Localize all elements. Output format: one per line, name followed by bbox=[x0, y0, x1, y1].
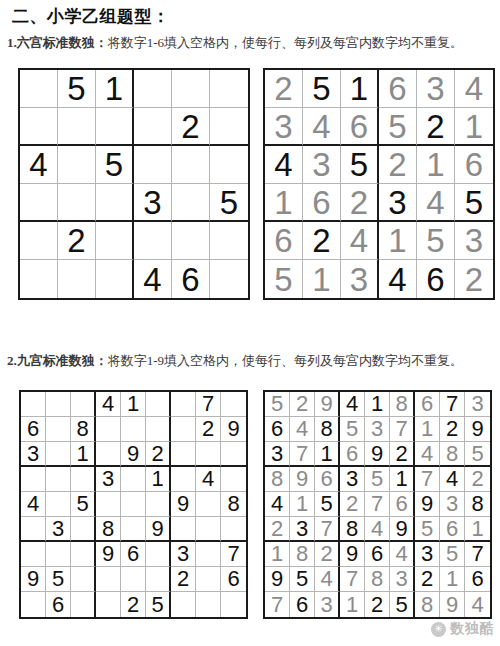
nine-puzzle-cell-r2c3: 8 bbox=[71, 417, 96, 442]
six-puzzle-cell-r1c3: 1 bbox=[96, 70, 134, 108]
nine-puzzle-cell-r8c2: 5 bbox=[46, 567, 71, 592]
nine-solution-cell-r5c5: 7 bbox=[365, 492, 390, 517]
nine-puzzle-cell-r2c5 bbox=[121, 417, 146, 442]
section-1-instruction-line: 1.六宫标准数独：将数字1-6填入空格内，使每行、每列及每宫内数字均不重复。 bbox=[7, 34, 463, 52]
nine-solution-cell-r8c2: 5 bbox=[290, 567, 315, 592]
nine-solution-cell-r3c6: 2 bbox=[390, 442, 415, 467]
nine-puzzle-cell-r9c4 bbox=[96, 592, 121, 617]
six-puzzle-cell-r6c4: 4 bbox=[134, 260, 172, 298]
nine-puzzle-cell-r9c8 bbox=[196, 592, 221, 617]
six-solution-cell-r3c6: 6 bbox=[455, 146, 493, 184]
six-puzzle-cell-r5c6 bbox=[210, 222, 248, 260]
six-solution-cell-r1c3: 1 bbox=[341, 70, 379, 108]
six-puzzle-cell-r1c2: 5 bbox=[58, 70, 96, 108]
nine-solution-cell-r5c7: 9 bbox=[415, 492, 440, 517]
nine-puzzle-cell-r2c8: 2 bbox=[196, 417, 221, 442]
nine-puzzle-cell-r9c5: 2 bbox=[121, 592, 146, 617]
six-solution-cell-r5c3: 4 bbox=[341, 222, 379, 260]
six-puzzle-cell-r2c3 bbox=[96, 108, 134, 146]
six-grid-row: 5124535246 25163434652143521616234562415… bbox=[18, 68, 495, 300]
nine-puzzle-cell-r8c8 bbox=[196, 567, 221, 592]
six-puzzle-cell-r4c5 bbox=[172, 184, 210, 222]
nine-solution-cell-r6c3: 7 bbox=[315, 517, 340, 542]
six-solution-cell-r2c2: 4 bbox=[303, 108, 341, 146]
nine-puzzle-cell-r7c3 bbox=[71, 542, 96, 567]
six-puzzle-cell-r6c3 bbox=[96, 260, 134, 298]
six-puzzle-cell-r5c3 bbox=[96, 222, 134, 260]
nine-puzzle-cell-r2c9: 9 bbox=[221, 417, 246, 442]
nine-solution-cell-r2c1: 6 bbox=[265, 417, 290, 442]
nine-puzzle-cell-r4c9 bbox=[221, 467, 246, 492]
six-solution-cell-r3c2: 3 bbox=[303, 146, 341, 184]
nine-solution-cell-r9c3: 3 bbox=[315, 592, 340, 617]
six-solution-cell-r3c1: 4 bbox=[265, 146, 303, 184]
nine-puzzle-cell-r5c7: 9 bbox=[171, 492, 196, 517]
nine-solution-cell-r6c7: 5 bbox=[415, 517, 440, 542]
six-solution-cell-r5c1: 6 bbox=[265, 222, 303, 260]
nine-solution-cell-r2c7: 1 bbox=[415, 417, 440, 442]
sudoku-6x6-puzzle-board: 5124535246 bbox=[18, 68, 250, 300]
six-puzzle-cell-r3c3: 5 bbox=[96, 146, 134, 184]
nine-solution-cell-r8c3: 4 bbox=[315, 567, 340, 592]
nine-solution-cell-r1c7: 6 bbox=[415, 392, 440, 417]
six-solution-cell-r6c3: 3 bbox=[341, 260, 379, 298]
nine-solution-cell-r9c4: 1 bbox=[340, 592, 365, 617]
six-puzzle-cell-r3c6 bbox=[210, 146, 248, 184]
watermark-text: 数独酷 bbox=[450, 620, 495, 638]
nine-puzzle-cell-r6c5 bbox=[121, 517, 146, 542]
nine-puzzle-cell-r9c3 bbox=[71, 592, 96, 617]
nine-puzzle-cell-r8c5 bbox=[121, 567, 146, 592]
six-solution-cell-r6c5: 6 bbox=[417, 260, 455, 298]
six-puzzle-cell-r1c5 bbox=[172, 70, 210, 108]
nine-puzzle-cell-r5c1: 4 bbox=[21, 492, 46, 517]
nine-solution-cell-r6c9: 1 bbox=[465, 517, 490, 542]
nine-puzzle-cell-r8c7: 2 bbox=[171, 567, 196, 592]
nine-solution-cell-r5c2: 1 bbox=[290, 492, 315, 517]
nine-puzzle-cell-r4c2 bbox=[46, 467, 71, 492]
nine-solution-cell-r9c7: 8 bbox=[415, 592, 440, 617]
six-solution-cell-r5c6: 3 bbox=[455, 222, 493, 260]
section-2-instruction: 将数字1-9填入空格内，使每行、每列及每宫内数字均不重复。 bbox=[108, 353, 463, 368]
nine-puzzle-cell-r7c1 bbox=[21, 542, 46, 567]
sudoku-9x9-solution-board: 5294186736485371293716924858963517424152… bbox=[263, 390, 492, 619]
six-solution-cell-r6c6: 2 bbox=[455, 260, 493, 298]
nine-puzzle-cell-r1c1 bbox=[21, 392, 46, 417]
six-puzzle-cell-r2c4 bbox=[134, 108, 172, 146]
nine-puzzle-cell-r3c3: 1 bbox=[71, 442, 96, 467]
six-puzzle-cell-r4c2 bbox=[58, 184, 96, 222]
nine-puzzle-cell-r3c6: 2 bbox=[146, 442, 171, 467]
nine-puzzle-cell-r6c6: 9 bbox=[146, 517, 171, 542]
six-puzzle-cell-r5c5 bbox=[172, 222, 210, 260]
nine-solution-cell-r7c2: 8 bbox=[290, 542, 315, 567]
six-solution-cell-r2c6: 1 bbox=[455, 108, 493, 146]
six-puzzle-cell-r6c5: 6 bbox=[172, 260, 210, 298]
six-solution-cell-r5c4: 1 bbox=[379, 222, 417, 260]
nine-puzzle-cell-r6c2: 3 bbox=[46, 517, 71, 542]
nine-solution-cell-r6c4: 8 bbox=[340, 517, 365, 542]
nine-solution-cell-r3c8: 8 bbox=[440, 442, 465, 467]
watermark-logo-icon: ✳ bbox=[431, 622, 446, 637]
nine-solution-cell-r4c9: 2 bbox=[465, 467, 490, 492]
six-solution-cell-r2c1: 3 bbox=[265, 108, 303, 146]
nine-solution-cell-r9c5: 2 bbox=[365, 592, 390, 617]
nine-puzzle-cell-r4c3 bbox=[71, 467, 96, 492]
nine-solution-cell-r9c9: 4 bbox=[465, 592, 490, 617]
six-puzzle-cell-r2c5: 2 bbox=[172, 108, 210, 146]
nine-puzzle-cell-r7c2 bbox=[46, 542, 71, 567]
nine-puzzle-cell-r6c3 bbox=[71, 517, 96, 542]
sudoku-9x9-puzzle-board: 41768293192314459838996379526625 bbox=[19, 390, 248, 619]
six-solution-cell-r1c1: 2 bbox=[265, 70, 303, 108]
nine-solution-cell-r9c1: 7 bbox=[265, 592, 290, 617]
section-1-instruction: 将数字1-6填入空格内，使每行、每列及每宫内数字均不重复。 bbox=[108, 35, 463, 50]
six-solution-cell-r6c4: 4 bbox=[379, 260, 417, 298]
six-puzzle-cell-r5c2: 2 bbox=[58, 222, 96, 260]
nine-puzzle-cell-r8c3 bbox=[71, 567, 96, 592]
six-puzzle-cell-r6c6 bbox=[210, 260, 248, 298]
nine-puzzle-cell-r4c5 bbox=[121, 467, 146, 492]
nine-puzzle-cell-r7c9: 7 bbox=[221, 542, 246, 567]
six-solution-cell-r6c2: 1 bbox=[303, 260, 341, 298]
nine-puzzle-cell-r9c1 bbox=[21, 592, 46, 617]
nine-puzzle-cell-r7c5: 6 bbox=[121, 542, 146, 567]
nine-solution-cell-r3c9: 5 bbox=[465, 442, 490, 467]
nine-solution-cell-r7c4: 9 bbox=[340, 542, 365, 567]
nine-solution-cell-r1c2: 2 bbox=[290, 392, 315, 417]
nine-solution-cell-r7c3: 2 bbox=[315, 542, 340, 567]
nine-solution-cell-r8c4: 7 bbox=[340, 567, 365, 592]
six-solution-cell-r1c2: 5 bbox=[303, 70, 341, 108]
page-title: 二、小学乙组题型： bbox=[12, 5, 170, 28]
nine-puzzle-cell-r2c4 bbox=[96, 417, 121, 442]
nine-puzzle-cell-r7c6 bbox=[146, 542, 171, 567]
nine-solution-cell-r1c3: 9 bbox=[315, 392, 340, 417]
nine-puzzle-cell-r6c4: 8 bbox=[96, 517, 121, 542]
nine-puzzle-cell-r2c7 bbox=[171, 417, 196, 442]
nine-puzzle-cell-r6c7 bbox=[171, 517, 196, 542]
nine-solution-cell-r3c1: 3 bbox=[265, 442, 290, 467]
nine-puzzle-cell-r3c5: 9 bbox=[121, 442, 146, 467]
nine-solution-cell-r4c4: 3 bbox=[340, 467, 365, 492]
nine-puzzle-cell-r5c3: 5 bbox=[71, 492, 96, 517]
nine-solution-cell-r7c1: 1 bbox=[265, 542, 290, 567]
nine-puzzle-cell-r3c2 bbox=[46, 442, 71, 467]
nine-solution-cell-r1c1: 5 bbox=[265, 392, 290, 417]
six-solution-cell-r4c2: 6 bbox=[303, 184, 341, 222]
nine-puzzle-cell-r8c4 bbox=[96, 567, 121, 592]
nine-puzzle-cell-r2c2 bbox=[46, 417, 71, 442]
six-puzzle-cell-r3c5 bbox=[172, 146, 210, 184]
nine-puzzle-cell-r6c9 bbox=[221, 517, 246, 542]
six-puzzle-cell-r4c4: 3 bbox=[134, 184, 172, 222]
nine-solution-cell-r7c9: 7 bbox=[465, 542, 490, 567]
nine-solution-cell-r6c1: 2 bbox=[265, 517, 290, 542]
nine-solution-cell-r1c4: 4 bbox=[340, 392, 365, 417]
six-solution-cell-r4c1: 1 bbox=[265, 184, 303, 222]
six-solution-cell-r1c6: 4 bbox=[455, 70, 493, 108]
nine-puzzle-cell-r7c4: 9 bbox=[96, 542, 121, 567]
nine-puzzle-cell-r5c5 bbox=[121, 492, 146, 517]
nine-puzzle-cell-r2c6 bbox=[146, 417, 171, 442]
nine-puzzle-cell-r2c1: 6 bbox=[21, 417, 46, 442]
nine-solution-cell-r5c1: 4 bbox=[265, 492, 290, 517]
nine-puzzle-cell-r1c6 bbox=[146, 392, 171, 417]
nine-solution-cell-r6c8: 6 bbox=[440, 517, 465, 542]
nine-solution-cell-r2c3: 8 bbox=[315, 417, 340, 442]
nine-solution-cell-r8c8: 1 bbox=[440, 567, 465, 592]
six-puzzle-cell-r3c4 bbox=[134, 146, 172, 184]
six-puzzle-cell-r4c1 bbox=[20, 184, 58, 222]
sudoku-6x6-solution-board: 251634346521435216162345624153513462 bbox=[263, 68, 495, 300]
nine-solution-cell-r2c5: 3 bbox=[365, 417, 390, 442]
nine-solution-cell-r2c9: 9 bbox=[465, 417, 490, 442]
nine-puzzle-cell-r7c7: 3 bbox=[171, 542, 196, 567]
nine-solution-cell-r2c6: 7 bbox=[390, 417, 415, 442]
six-solution-cell-r2c3: 6 bbox=[341, 108, 379, 146]
nine-puzzle-cell-r5c2 bbox=[46, 492, 71, 517]
nine-solution-cell-r1c8: 7 bbox=[440, 392, 465, 417]
nine-puzzle-cell-r5c4 bbox=[96, 492, 121, 517]
nine-puzzle-cell-r1c3 bbox=[71, 392, 96, 417]
nine-puzzle-cell-r3c9 bbox=[221, 442, 246, 467]
six-solution-cell-r4c5: 4 bbox=[417, 184, 455, 222]
nine-solution-cell-r4c6: 1 bbox=[390, 467, 415, 492]
nine-solution-cell-r8c7: 2 bbox=[415, 567, 440, 592]
six-puzzle-cell-r4c3 bbox=[96, 184, 134, 222]
six-solution-cell-r3c4: 2 bbox=[379, 146, 417, 184]
nine-solution-cell-r6c5: 4 bbox=[365, 517, 390, 542]
nine-solution-cell-r3c7: 4 bbox=[415, 442, 440, 467]
section-2-instruction-line: 2.九宫标准数独：将数字1-9填入空格内，使每行、每列及每宫内数字均不重复。 bbox=[7, 352, 463, 370]
six-solution-cell-r3c5: 1 bbox=[417, 146, 455, 184]
nine-solution-cell-r1c6: 8 bbox=[390, 392, 415, 417]
nine-solution-cell-r4c3: 6 bbox=[315, 467, 340, 492]
nine-puzzle-cell-r1c9 bbox=[221, 392, 246, 417]
six-puzzle-cell-r3c2 bbox=[58, 146, 96, 184]
six-puzzle-cell-r6c1 bbox=[20, 260, 58, 298]
nine-solution-cell-r3c2: 7 bbox=[290, 442, 315, 467]
six-puzzle-cell-r5c1 bbox=[20, 222, 58, 260]
nine-puzzle-cell-r3c4 bbox=[96, 442, 121, 467]
nine-puzzle-cell-r3c7 bbox=[171, 442, 196, 467]
six-solution-cell-r5c5: 5 bbox=[417, 222, 455, 260]
six-puzzle-cell-r4c6: 5 bbox=[210, 184, 248, 222]
nine-solution-cell-r2c2: 4 bbox=[290, 417, 315, 442]
nine-puzzle-cell-r1c4: 4 bbox=[96, 392, 121, 417]
six-puzzle-cell-r1c6 bbox=[210, 70, 248, 108]
nine-solution-cell-r7c8: 5 bbox=[440, 542, 465, 567]
nine-solution-cell-r9c2: 6 bbox=[290, 592, 315, 617]
six-puzzle-cell-r5c4 bbox=[134, 222, 172, 260]
six-solution-cell-r4c4: 3 bbox=[379, 184, 417, 222]
nine-solution-cell-r6c6: 9 bbox=[390, 517, 415, 542]
nine-puzzle-cell-r4c7 bbox=[171, 467, 196, 492]
nine-puzzle-cell-r4c6: 1 bbox=[146, 467, 171, 492]
nine-solution-cell-r3c3: 1 bbox=[315, 442, 340, 467]
nine-puzzle-cell-r1c2 bbox=[46, 392, 71, 417]
nine-solution-cell-r7c6: 4 bbox=[390, 542, 415, 567]
nine-puzzle-cell-r5c6 bbox=[146, 492, 171, 517]
nine-solution-cell-r5c3: 5 bbox=[315, 492, 340, 517]
six-solution-cell-r4c6: 5 bbox=[455, 184, 493, 222]
nine-puzzle-cell-r1c8: 7 bbox=[196, 392, 221, 417]
nine-solution-cell-r8c5: 8 bbox=[365, 567, 390, 592]
six-puzzle-cell-r2c6 bbox=[210, 108, 248, 146]
nine-puzzle-cell-r9c6: 5 bbox=[146, 592, 171, 617]
nine-solution-cell-r4c5: 5 bbox=[365, 467, 390, 492]
six-puzzle-cell-r2c2 bbox=[58, 108, 96, 146]
nine-puzzle-cell-r8c6 bbox=[146, 567, 171, 592]
nine-puzzle-cell-r5c9: 8 bbox=[221, 492, 246, 517]
nine-solution-cell-r4c1: 8 bbox=[265, 467, 290, 492]
six-solution-cell-r1c5: 3 bbox=[417, 70, 455, 108]
nine-solution-cell-r5c4: 2 bbox=[340, 492, 365, 517]
nine-solution-cell-r8c6: 3 bbox=[390, 567, 415, 592]
six-solution-cell-r3c3: 5 bbox=[341, 146, 379, 184]
six-puzzle-cell-r6c2 bbox=[58, 260, 96, 298]
nine-solution-cell-r1c5: 1 bbox=[365, 392, 390, 417]
section-1-heading: 1.六宫标准数独： bbox=[7, 35, 108, 50]
nine-puzzle-cell-r4c4: 3 bbox=[96, 467, 121, 492]
nine-solution-cell-r2c4: 5 bbox=[340, 417, 365, 442]
nine-solution-cell-r9c8: 9 bbox=[440, 592, 465, 617]
nine-puzzle-cell-r6c8 bbox=[196, 517, 221, 542]
nine-puzzle-cell-r9c2: 6 bbox=[46, 592, 71, 617]
six-solution-cell-r2c4: 5 bbox=[379, 108, 417, 146]
six-solution-cell-r5c2: 2 bbox=[303, 222, 341, 260]
six-puzzle-cell-r2c1 bbox=[20, 108, 58, 146]
nine-solution-cell-r8c1: 9 bbox=[265, 567, 290, 592]
nine-solution-cell-r4c8: 4 bbox=[440, 467, 465, 492]
nine-puzzle-cell-r9c9 bbox=[221, 592, 246, 617]
nine-puzzle-cell-r6c1 bbox=[21, 517, 46, 542]
nine-puzzle-cell-r8c1: 9 bbox=[21, 567, 46, 592]
nine-solution-cell-r2c8: 2 bbox=[440, 417, 465, 442]
six-puzzle-cell-r1c1 bbox=[20, 70, 58, 108]
six-solution-cell-r2c5: 2 bbox=[417, 108, 455, 146]
nine-solution-cell-r5c9: 8 bbox=[465, 492, 490, 517]
nine-solution-cell-r9c6: 5 bbox=[390, 592, 415, 617]
nine-puzzle-cell-r1c5: 1 bbox=[121, 392, 146, 417]
nine-puzzle-cell-r3c1: 3 bbox=[21, 442, 46, 467]
six-solution-cell-r4c3: 2 bbox=[341, 184, 379, 222]
nine-solution-cell-r5c6: 6 bbox=[390, 492, 415, 517]
nine-grid-row: 41768293192314459838996379526625 5294186… bbox=[19, 390, 492, 619]
nine-solution-cell-r5c8: 3 bbox=[440, 492, 465, 517]
nine-solution-cell-r8c9: 6 bbox=[465, 567, 490, 592]
six-puzzle-cell-r3c1: 4 bbox=[20, 146, 58, 184]
nine-puzzle-cell-r1c7 bbox=[171, 392, 196, 417]
nine-solution-cell-r4c2: 9 bbox=[290, 467, 315, 492]
nine-solution-cell-r6c2: 3 bbox=[290, 517, 315, 542]
nine-puzzle-cell-r3c8 bbox=[196, 442, 221, 467]
watermark: ✳ 数独酷 bbox=[431, 620, 495, 638]
nine-solution-cell-r1c9: 3 bbox=[465, 392, 490, 417]
nine-solution-cell-r7c7: 3 bbox=[415, 542, 440, 567]
six-puzzle-cell-r1c4 bbox=[134, 70, 172, 108]
nine-puzzle-cell-r4c1 bbox=[21, 467, 46, 492]
nine-puzzle-cell-r7c8 bbox=[196, 542, 221, 567]
section-2-heading: 2.九宫标准数独： bbox=[7, 353, 108, 368]
nine-solution-cell-r3c5: 9 bbox=[365, 442, 390, 467]
nine-solution-cell-r7c5: 6 bbox=[365, 542, 390, 567]
nine-puzzle-cell-r5c8 bbox=[196, 492, 221, 517]
six-solution-cell-r1c4: 6 bbox=[379, 70, 417, 108]
six-solution-cell-r6c1: 5 bbox=[265, 260, 303, 298]
nine-solution-cell-r4c7: 7 bbox=[415, 467, 440, 492]
nine-puzzle-cell-r9c7 bbox=[171, 592, 196, 617]
nine-solution-cell-r3c4: 6 bbox=[340, 442, 365, 467]
nine-puzzle-cell-r4c8: 4 bbox=[196, 467, 221, 492]
nine-puzzle-cell-r8c9: 6 bbox=[221, 567, 246, 592]
